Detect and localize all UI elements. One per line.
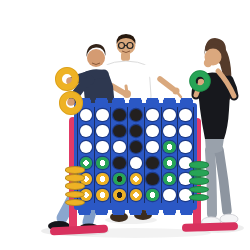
held-green-disc — [193, 74, 208, 89]
product-photo-scene: Product photo: three people laughing and… — [0, 0, 250, 250]
held-yellow-disc — [63, 95, 80, 112]
held-discs — [0, 0, 250, 250]
held-yellow-disc — [59, 71, 76, 88]
